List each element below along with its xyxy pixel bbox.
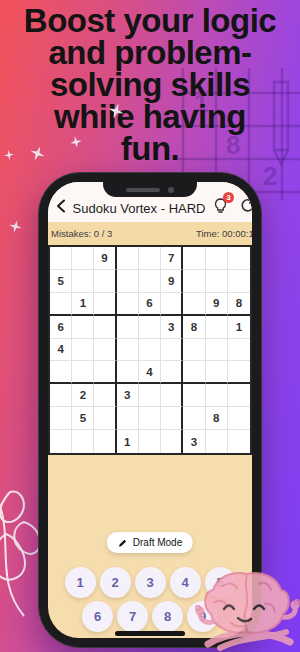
sudoku-cell-r6c1[interactable] [50, 361, 72, 384]
sudoku-cell-r4c6[interactable]: 3 [161, 316, 183, 339]
sudoku-cell-r2c2[interactable] [72, 270, 94, 293]
sudoku-cell-r4c8[interactable] [206, 316, 228, 339]
sudoku-cell-r4c2[interactable] [72, 316, 94, 339]
draft-mode-label: Draft Mode [133, 537, 182, 548]
sudoku-cell-r8c1[interactable] [50, 407, 72, 430]
sudoku-cell-r8c7[interactable] [183, 407, 205, 430]
sudoku-cell-r5c8[interactable] [206, 339, 228, 362]
page-title: Sudoku Vortex - HARD [48, 201, 230, 216]
sudoku-cell-r8c2[interactable]: 5 [72, 407, 94, 430]
sudoku-cell-r5c4[interactable] [117, 339, 139, 362]
sudoku-cell-r3c5[interactable]: 6 [139, 293, 161, 316]
sudoku-cell-r7c6[interactable] [161, 384, 183, 407]
sudoku-cell-r9c7[interactable]: 3 [183, 430, 205, 453]
sudoku-cell-r3c6[interactable] [161, 293, 183, 316]
notification-badge: 3 [223, 192, 234, 203]
sudoku-cell-r2c5[interactable] [139, 270, 161, 293]
headline: Boost your logic and problem- solving sk… [0, 5, 300, 165]
sudoku-cell-r1c6[interactable]: 7 [161, 247, 183, 270]
refresh-icon [240, 199, 252, 214]
sudoku-cell-r5c2[interactable] [72, 339, 94, 362]
keypad-button-1[interactable]: 1 [65, 567, 96, 598]
stats-bar: Mistakes: 0 / 3 Time: 00:00:18 [48, 222, 252, 245]
sparkle-icon [8, 219, 24, 235]
sudoku-cell-r3c3[interactable] [94, 293, 116, 316]
sudoku-cell-r6c9[interactable] [228, 361, 250, 384]
sudoku-cell-r9c3[interactable] [94, 430, 116, 453]
sudoku-cell-r2c9[interactable] [228, 270, 250, 293]
headline-line: Boost your logic [0, 5, 300, 37]
camera-icon [168, 187, 174, 193]
sudoku-cell-r9c8[interactable] [206, 430, 228, 453]
headline-line: solving skills [0, 69, 300, 101]
sudoku-cell-r7c9[interactable] [228, 384, 250, 407]
sudoku-cell-r9c9[interactable] [228, 430, 250, 453]
sudoku-cell-r8c4[interactable] [117, 407, 139, 430]
headline-line: and problem- [0, 37, 300, 69]
sudoku-cell-r2c1[interactable]: 5 [50, 270, 72, 293]
keypad-button-7[interactable]: 7 [117, 601, 148, 632]
sudoku-cell-r1c2[interactable] [72, 247, 94, 270]
sudoku-cell-r5c7[interactable] [183, 339, 205, 362]
timer: Time: 00:00:18 [196, 228, 252, 239]
sudoku-cell-r3c2[interactable]: 1 [72, 293, 94, 316]
sudoku-cell-r7c5[interactable] [139, 384, 161, 407]
promo-screenshot: 1 8 2 Boost your logic and problem- solv… [0, 0, 300, 652]
sudoku-cell-r2c6[interactable]: 9 [161, 270, 183, 293]
watermark-digit: 2 [263, 161, 277, 191]
sudoku-cell-r3c8[interactable]: 9 [206, 293, 228, 316]
mistakes-counter: Mistakes: 0 / 3 [48, 228, 112, 239]
sudoku-cell-r4c9[interactable]: 1 [228, 316, 250, 339]
sudoku-cell-r5c5[interactable] [139, 339, 161, 362]
sudoku-cell-r9c6[interactable] [161, 430, 183, 453]
sudoku-cell-r5c6[interactable] [161, 339, 183, 362]
sudoku-cell-r1c4[interactable] [117, 247, 139, 270]
sudoku-cell-r4c1[interactable]: 6 [50, 316, 72, 339]
hint-button[interactable]: 3 [214, 198, 227, 217]
sudoku-cell-r6c7[interactable] [183, 361, 205, 384]
sudoku-cell-r7c4[interactable]: 3 [117, 384, 139, 407]
sudoku-cell-r4c5[interactable] [139, 316, 161, 339]
sudoku-cell-r3c1[interactable] [50, 293, 72, 316]
sudoku-cell-r1c3[interactable]: 9 [94, 247, 116, 270]
keypad-button-2[interactable]: 2 [100, 567, 131, 598]
headline-line: fun. [0, 133, 300, 165]
sudoku-cell-r6c6[interactable] [161, 361, 183, 384]
sudoku-cell-r5c3[interactable] [94, 339, 116, 362]
sudoku-cell-r2c8[interactable] [206, 270, 228, 293]
sudoku-cell-r1c8[interactable] [206, 247, 228, 270]
headline-line: while having [0, 101, 300, 133]
sudoku-cell-r8c5[interactable] [139, 407, 161, 430]
sudoku-cell-r5c9[interactable] [228, 339, 250, 362]
sudoku-cell-r4c4[interactable] [117, 316, 139, 339]
pencil-icon [118, 538, 128, 548]
sudoku-cell-r7c2[interactable]: 2 [72, 384, 94, 407]
sudoku-cell-r4c3[interactable] [94, 316, 116, 339]
sudoku-cell-r4c7[interactable]: 8 [183, 316, 205, 339]
sudoku-cell-r6c4[interactable] [117, 361, 139, 384]
brain-mascot [192, 568, 300, 652]
sudoku-cell-r9c2[interactable] [72, 430, 94, 453]
restart-button[interactable] [240, 199, 252, 217]
keypad-button-8[interactable]: 8 [152, 601, 183, 632]
sudoku-cell-r6c2[interactable] [72, 361, 94, 384]
phone-notch [103, 182, 197, 197]
sudoku-cell-r8c9[interactable] [228, 407, 250, 430]
sudoku-cell-r6c3[interactable] [94, 361, 116, 384]
sudoku-grid: 97591698638144235813 [48, 245, 252, 455]
sudoku-cell-r2c3[interactable] [94, 270, 116, 293]
draft-mode-button[interactable]: Draft Mode [107, 532, 193, 553]
sudoku-cell-r9c5[interactable] [139, 430, 161, 453]
sudoku-cell-r1c7[interactable] [183, 247, 205, 270]
sudoku-cell-r9c1[interactable] [50, 430, 72, 453]
keypad-button-6[interactable]: 6 [82, 601, 113, 632]
sudoku-cell-r2c4[interactable] [117, 270, 139, 293]
sudoku-cell-r8c3[interactable] [94, 407, 116, 430]
home-indicator [115, 631, 185, 636]
sudoku-cell-r1c5[interactable] [139, 247, 161, 270]
sudoku-cell-r1c1[interactable] [50, 247, 72, 270]
sudoku-cell-r7c1[interactable] [50, 384, 72, 407]
sudoku-cell-r7c7[interactable] [183, 384, 205, 407]
sudoku-cell-r3c7[interactable] [183, 293, 205, 316]
sudoku-cell-r3c9[interactable]: 8 [228, 293, 250, 316]
sudoku-cell-r7c3[interactable] [94, 384, 116, 407]
sudoku-cell-r8c8[interactable]: 8 [206, 407, 228, 430]
sudoku-cell-r9c4[interactable]: 1 [117, 430, 139, 453]
sudoku-cell-r7c8[interactable] [206, 384, 228, 407]
sudoku-cell-r3c4[interactable] [117, 293, 139, 316]
sudoku-cell-r5c1[interactable]: 4 [50, 339, 72, 362]
sudoku-cell-r6c5[interactable]: 4 [139, 361, 161, 384]
speaker-icon [126, 188, 160, 192]
sudoku-cell-r2c7[interactable] [183, 270, 205, 293]
keypad-button-3[interactable]: 3 [135, 567, 166, 598]
sudoku-cell-r8c6[interactable] [161, 407, 183, 430]
sudoku-cell-r6c8[interactable] [206, 361, 228, 384]
sudoku-cell-r1c9[interactable] [228, 247, 250, 270]
